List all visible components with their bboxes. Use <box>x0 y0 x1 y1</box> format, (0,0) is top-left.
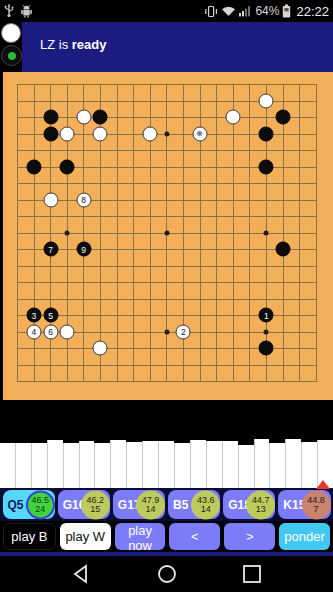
board-point-E4[interactable] <box>75 324 92 341</box>
board-point-G11[interactable] <box>109 208 126 225</box>
board-point-P9[interactable] <box>241 241 258 258</box>
board-point-N9[interactable] <box>208 241 225 258</box>
board-point-M4[interactable] <box>192 324 209 341</box>
board-point-G13[interactable] <box>109 175 126 192</box>
board-point-Q17[interactable] <box>258 109 275 126</box>
board-point-Q7[interactable] <box>258 274 275 291</box>
board-point-L5[interactable] <box>175 307 192 324</box>
board-point-F2[interactable] <box>92 357 109 374</box>
board-point-S18[interactable] <box>291 93 308 110</box>
board-point-F5[interactable] <box>92 307 109 324</box>
board-point-G1[interactable] <box>109 373 126 390</box>
board-point-J2[interactable] <box>142 357 159 374</box>
board-point-T13[interactable] <box>308 175 325 192</box>
board-point-T7[interactable] <box>308 274 325 291</box>
board-point-B17[interactable] <box>26 109 43 126</box>
board-point-S9[interactable] <box>291 241 308 258</box>
board-point-Q15[interactable] <box>258 142 275 159</box>
board-point-N7[interactable] <box>208 274 225 291</box>
stone-C5[interactable]: 5 <box>43 308 58 323</box>
board-point-D5[interactable] <box>59 307 76 324</box>
board-point-R16[interactable] <box>275 126 292 143</box>
board-point-K1[interactable] <box>158 373 175 390</box>
board-point-R7[interactable] <box>275 274 292 291</box>
board-point-P3[interactable] <box>241 340 258 357</box>
board-point-R13[interactable] <box>275 175 292 192</box>
prev-move-button[interactable]: < <box>169 523 220 550</box>
back-button[interactable] <box>70 563 92 585</box>
board-point-E3[interactable] <box>75 340 92 357</box>
board-point-T10[interactable] <box>308 225 325 242</box>
board-point-G12[interactable] <box>109 192 126 209</box>
board-point-E11[interactable] <box>75 208 92 225</box>
stone-F17[interactable] <box>93 110 108 125</box>
stone-O17[interactable] <box>226 110 241 125</box>
stone-Q18[interactable] <box>259 93 274 108</box>
board-point-S8[interactable] <box>291 258 308 275</box>
board-point-R10[interactable] <box>275 225 292 242</box>
board-point-S11[interactable] <box>291 208 308 225</box>
board-point-G19[interactable] <box>109 76 126 93</box>
board-point-O5[interactable] <box>225 307 242 324</box>
board-point-A14[interactable] <box>9 159 26 176</box>
stone-C12[interactable] <box>43 192 58 207</box>
board-point-D12[interactable] <box>59 192 76 209</box>
board-point-N17[interactable] <box>208 109 225 126</box>
board-point-C11[interactable] <box>42 208 59 225</box>
board-point-N10[interactable] <box>208 225 225 242</box>
board-point-M1[interactable] <box>192 373 209 390</box>
board-point-S1[interactable] <box>291 373 308 390</box>
stone-D16[interactable] <box>60 126 75 141</box>
board-point-D18[interactable] <box>59 93 76 110</box>
play-b-button[interactable]: play B <box>3 523 56 550</box>
board-point-F18[interactable] <box>92 93 109 110</box>
board-point-Q8[interactable] <box>258 258 275 275</box>
board-point-Q19[interactable] <box>258 76 275 93</box>
board-point-R12[interactable] <box>275 192 292 209</box>
board-point-K13[interactable] <box>158 175 175 192</box>
board-point-K9[interactable] <box>158 241 175 258</box>
board-point-H11[interactable] <box>125 208 142 225</box>
stone-M16[interactable] <box>192 126 207 141</box>
board-point-O4[interactable] <box>225 324 242 341</box>
board-point-S7[interactable] <box>291 274 308 291</box>
board-point-M6[interactable] <box>192 291 209 308</box>
board-point-H8[interactable] <box>125 258 142 275</box>
board-point-A9[interactable] <box>9 241 26 258</box>
board-point-T12[interactable] <box>308 192 325 209</box>
board-point-H9[interactable] <box>125 241 142 258</box>
board-point-G10[interactable] <box>109 225 126 242</box>
board-point-E14[interactable] <box>75 159 92 176</box>
stone-E12[interactable]: 8 <box>76 192 91 207</box>
board-point-H6[interactable] <box>125 291 142 308</box>
board-point-B10[interactable] <box>26 225 43 242</box>
board-point-N19[interactable] <box>208 76 225 93</box>
board-point-G7[interactable] <box>109 274 126 291</box>
board-point-S10[interactable] <box>291 225 308 242</box>
board-point-O18[interactable] <box>225 93 242 110</box>
board-point-O7[interactable] <box>225 274 242 291</box>
board-point-F8[interactable] <box>92 258 109 275</box>
board-point-T15[interactable] <box>308 142 325 159</box>
board-point-A2[interactable] <box>9 357 26 374</box>
board-point-O6[interactable] <box>225 291 242 308</box>
board-point-M7[interactable] <box>192 274 209 291</box>
board-point-F7[interactable] <box>92 274 109 291</box>
board-point-K14[interactable] <box>158 159 175 176</box>
board-point-S6[interactable] <box>291 291 308 308</box>
board-point-P17[interactable] <box>241 109 258 126</box>
board-point-R4[interactable] <box>275 324 292 341</box>
board-point-D3[interactable] <box>59 340 76 357</box>
board-point-M12[interactable] <box>192 192 209 209</box>
board-point-J5[interactable] <box>142 307 159 324</box>
board-point-D7[interactable] <box>59 274 76 291</box>
board-point-B2[interactable] <box>26 357 43 374</box>
board-point-K18[interactable] <box>158 93 175 110</box>
board-point-K12[interactable] <box>158 192 175 209</box>
board-point-R11[interactable] <box>275 208 292 225</box>
board-point-N12[interactable] <box>208 192 225 209</box>
board-point-P8[interactable] <box>241 258 258 275</box>
board-point-A16[interactable] <box>9 126 26 143</box>
board-point-A13[interactable] <box>9 175 26 192</box>
board-point-L1[interactable] <box>175 373 192 390</box>
board-point-P19[interactable] <box>241 76 258 93</box>
board-point-D19[interactable] <box>59 76 76 93</box>
board-point-C15[interactable] <box>42 142 59 159</box>
board-point-J14[interactable] <box>142 159 159 176</box>
board-point-K17[interactable] <box>158 109 175 126</box>
stone-D4[interactable] <box>60 324 75 339</box>
board-grid[interactable]: 123456789 <box>9 76 324 390</box>
board-point-M2[interactable] <box>192 357 209 374</box>
board-point-L17[interactable] <box>175 109 192 126</box>
board-point-G8[interactable] <box>109 258 126 275</box>
board-point-A3[interactable] <box>9 340 26 357</box>
board-point-P2[interactable] <box>241 357 258 374</box>
board-point-T5[interactable] <box>308 307 325 324</box>
board-point-R3[interactable] <box>275 340 292 357</box>
board-point-L3[interactable] <box>175 340 192 357</box>
board-point-N4[interactable] <box>208 324 225 341</box>
stone-C16[interactable] <box>43 126 58 141</box>
board-point-E6[interactable] <box>75 291 92 308</box>
board-point-Q12[interactable] <box>258 192 275 209</box>
board-point-K11[interactable] <box>158 208 175 225</box>
board-point-N13[interactable] <box>208 175 225 192</box>
board-point-M10[interactable] <box>192 225 209 242</box>
board-point-H17[interactable] <box>125 109 142 126</box>
board-point-C13[interactable] <box>42 175 59 192</box>
board-point-G17[interactable] <box>109 109 126 126</box>
board-point-E7[interactable] <box>75 274 92 291</box>
board-point-B7[interactable] <box>26 274 43 291</box>
board-point-E16[interactable] <box>75 126 92 143</box>
board-point-F19[interactable] <box>92 76 109 93</box>
board-point-J4[interactable] <box>142 324 159 341</box>
board-point-K3[interactable] <box>158 340 175 357</box>
candidate-move-B5[interactable]: B543.614 <box>168 490 220 519</box>
board-point-T1[interactable] <box>308 373 325 390</box>
board-point-H5[interactable] <box>125 307 142 324</box>
stone-Q14[interactable] <box>259 159 274 174</box>
board-point-L2[interactable] <box>175 357 192 374</box>
board-point-J9[interactable] <box>142 241 159 258</box>
stone-B4[interactable]: 4 <box>26 324 41 339</box>
home-button[interactable] <box>156 563 178 585</box>
board-point-L16[interactable] <box>175 126 192 143</box>
board-point-K19[interactable] <box>158 76 175 93</box>
board-point-H14[interactable] <box>125 159 142 176</box>
stone-D14[interactable] <box>60 159 75 174</box>
candidate-move-G18[interactable]: G1844.713 <box>223 490 275 519</box>
stone-L4[interactable]: 2 <box>176 324 191 339</box>
candidate-move-G17[interactable]: G1747.914 <box>113 490 165 519</box>
board-point-L12[interactable] <box>175 192 192 209</box>
board-point-L7[interactable] <box>175 274 192 291</box>
board-point-L10[interactable] <box>175 225 192 242</box>
board-point-T6[interactable] <box>308 291 325 308</box>
board-point-A1[interactable] <box>9 373 26 390</box>
board-point-R15[interactable] <box>275 142 292 159</box>
board-point-S4[interactable] <box>291 324 308 341</box>
board-point-P10[interactable] <box>241 225 258 242</box>
board-point-C1[interactable] <box>42 373 59 390</box>
board-point-C19[interactable] <box>42 76 59 93</box>
board-point-L18[interactable] <box>175 93 192 110</box>
board-point-C6[interactable] <box>42 291 59 308</box>
board-point-K8[interactable] <box>158 258 175 275</box>
board-point-S15[interactable] <box>291 142 308 159</box>
board-point-P1[interactable] <box>241 373 258 390</box>
stone-E17[interactable] <box>76 110 91 125</box>
board-point-F13[interactable] <box>92 175 109 192</box>
board-point-F1[interactable] <box>92 373 109 390</box>
recents-button[interactable] <box>241 563 263 585</box>
board-point-S2[interactable] <box>291 357 308 374</box>
board-point-D11[interactable] <box>59 208 76 225</box>
board-point-P16[interactable] <box>241 126 258 143</box>
board-point-H3[interactable] <box>125 340 142 357</box>
board-point-G6[interactable] <box>109 291 126 308</box>
board-point-O11[interactable] <box>225 208 242 225</box>
board-point-Q6[interactable] <box>258 291 275 308</box>
board-point-N15[interactable] <box>208 142 225 159</box>
board-point-O9[interactable] <box>225 241 242 258</box>
board-point-M19[interactable] <box>192 76 209 93</box>
board-point-J7[interactable] <box>142 274 159 291</box>
board-point-O1[interactable] <box>225 373 242 390</box>
board-point-H18[interactable] <box>125 93 142 110</box>
board-point-B15[interactable] <box>26 142 43 159</box>
stone-C9[interactable]: 7 <box>43 242 58 257</box>
board-point-N6[interactable] <box>208 291 225 308</box>
board-point-P11[interactable] <box>241 208 258 225</box>
board-point-F10[interactable] <box>92 225 109 242</box>
board-point-T11[interactable] <box>308 208 325 225</box>
board-point-L13[interactable] <box>175 175 192 192</box>
board-point-O16[interactable] <box>225 126 242 143</box>
board-point-B6[interactable] <box>26 291 43 308</box>
board-point-F9[interactable] <box>92 241 109 258</box>
board-point-N8[interactable] <box>208 258 225 275</box>
board-point-M18[interactable] <box>192 93 209 110</box>
board-point-R18[interactable] <box>275 93 292 110</box>
board-point-J13[interactable] <box>142 175 159 192</box>
board-point-G15[interactable] <box>109 142 126 159</box>
board-point-G16[interactable] <box>109 126 126 143</box>
board-point-O15[interactable] <box>225 142 242 159</box>
board-point-F6[interactable] <box>92 291 109 308</box>
board-point-P14[interactable] <box>241 159 258 176</box>
board-point-K7[interactable] <box>158 274 175 291</box>
board-point-M14[interactable] <box>192 159 209 176</box>
board-point-E5[interactable] <box>75 307 92 324</box>
board-point-P13[interactable] <box>241 175 258 192</box>
board-point-K2[interactable] <box>158 357 175 374</box>
board-point-A6[interactable] <box>9 291 26 308</box>
board-point-P18[interactable] <box>241 93 258 110</box>
board-point-S16[interactable] <box>291 126 308 143</box>
board-point-E18[interactable] <box>75 93 92 110</box>
board-point-C2[interactable] <box>42 357 59 374</box>
board-point-B18[interactable] <box>26 93 43 110</box>
board-point-J18[interactable] <box>142 93 159 110</box>
board-point-O19[interactable] <box>225 76 242 93</box>
board-point-M11[interactable] <box>192 208 209 225</box>
winrate-graph[interactable] <box>0 400 333 488</box>
board-point-E13[interactable] <box>75 175 92 192</box>
board-point-N11[interactable] <box>208 208 225 225</box>
board-point-S14[interactable] <box>291 159 308 176</box>
board-point-E19[interactable] <box>75 76 92 93</box>
board-point-L15[interactable] <box>175 142 192 159</box>
board-point-O13[interactable] <box>225 175 242 192</box>
board-point-A11[interactable] <box>9 208 26 225</box>
board-point-N5[interactable] <box>208 307 225 324</box>
board-point-B12[interactable] <box>26 192 43 209</box>
board-point-G9[interactable] <box>109 241 126 258</box>
board-point-L9[interactable] <box>175 241 192 258</box>
board-point-J15[interactable] <box>142 142 159 159</box>
board-point-G3[interactable] <box>109 340 126 357</box>
board-point-S13[interactable] <box>291 175 308 192</box>
board-point-B19[interactable] <box>26 76 43 93</box>
board-point-P4[interactable] <box>241 324 258 341</box>
stone-B5[interactable]: 3 <box>26 308 41 323</box>
board-point-R1[interactable] <box>275 373 292 390</box>
stone-Q5[interactable]: 1 <box>259 308 274 323</box>
board-point-A19[interactable] <box>9 76 26 93</box>
board-point-B13[interactable] <box>26 175 43 192</box>
board-point-B9[interactable] <box>26 241 43 258</box>
board-point-B3[interactable] <box>26 340 43 357</box>
board-point-H12[interactable] <box>125 192 142 209</box>
board-point-O3[interactable] <box>225 340 242 357</box>
candidate-move-K15[interactable]: K1544.87 <box>278 490 330 519</box>
board-point-C18[interactable] <box>42 93 59 110</box>
board-point-F4[interactable] <box>92 324 109 341</box>
board-point-H10[interactable] <box>125 225 142 242</box>
board-point-O12[interactable] <box>225 192 242 209</box>
board-point-C8[interactable] <box>42 258 59 275</box>
board-point-B16[interactable] <box>26 126 43 143</box>
board-point-J11[interactable] <box>142 208 159 225</box>
board-point-C7[interactable] <box>42 274 59 291</box>
board-point-H13[interactable] <box>125 175 142 192</box>
board-point-Q11[interactable] <box>258 208 275 225</box>
board-point-H2[interactable] <box>125 357 142 374</box>
ponder-button[interactable]: ponder <box>279 523 330 550</box>
board-point-A15[interactable] <box>9 142 26 159</box>
board-point-D8[interactable] <box>59 258 76 275</box>
board-point-H19[interactable] <box>125 76 142 93</box>
stone-B14[interactable] <box>26 159 41 174</box>
board-point-A5[interactable] <box>9 307 26 324</box>
board-point-G5[interactable] <box>109 307 126 324</box>
board-point-A10[interactable] <box>9 225 26 242</box>
board-point-Q1[interactable] <box>258 373 275 390</box>
board-point-H7[interactable] <box>125 274 142 291</box>
board-point-M17[interactable] <box>192 109 209 126</box>
board-point-L8[interactable] <box>175 258 192 275</box>
board-point-J6[interactable] <box>142 291 159 308</box>
board-point-T16[interactable] <box>308 126 325 143</box>
board-point-T17[interactable] <box>308 109 325 126</box>
board-point-H16[interactable] <box>125 126 142 143</box>
board-point-R5[interactable] <box>275 307 292 324</box>
stone-Q16[interactable] <box>259 126 274 141</box>
board-point-O14[interactable] <box>225 159 242 176</box>
board-point-K15[interactable] <box>158 142 175 159</box>
board-point-F12[interactable] <box>92 192 109 209</box>
board-point-E15[interactable] <box>75 142 92 159</box>
stone-F16[interactable] <box>93 126 108 141</box>
stone-E9[interactable]: 9 <box>76 242 91 257</box>
board-point-F14[interactable] <box>92 159 109 176</box>
board-point-C14[interactable] <box>42 159 59 176</box>
board-point-R2[interactable] <box>275 357 292 374</box>
board-point-A4[interactable] <box>9 324 26 341</box>
board-point-G18[interactable] <box>109 93 126 110</box>
board-point-B11[interactable] <box>26 208 43 225</box>
stone-F3[interactable] <box>93 341 108 356</box>
board-point-G14[interactable] <box>109 159 126 176</box>
board-point-P7[interactable] <box>241 274 258 291</box>
board-point-R8[interactable] <box>275 258 292 275</box>
board-point-R6[interactable] <box>275 291 292 308</box>
board-point-C3[interactable] <box>42 340 59 357</box>
board-point-D1[interactable] <box>59 373 76 390</box>
board-point-D9[interactable] <box>59 241 76 258</box>
board-point-O8[interactable] <box>225 258 242 275</box>
board-point-M9[interactable] <box>192 241 209 258</box>
board-point-M8[interactable] <box>192 258 209 275</box>
board-point-F15[interactable] <box>92 142 109 159</box>
board-point-T3[interactable] <box>308 340 325 357</box>
board-point-T14[interactable] <box>308 159 325 176</box>
board-point-J1[interactable] <box>142 373 159 390</box>
board-point-S12[interactable] <box>291 192 308 209</box>
board-point-Q13[interactable] <box>258 175 275 192</box>
play-now-button[interactable]: play now <box>115 523 166 550</box>
board-point-T18[interactable] <box>308 93 325 110</box>
board-point-O2[interactable] <box>225 357 242 374</box>
board-point-A7[interactable] <box>9 274 26 291</box>
